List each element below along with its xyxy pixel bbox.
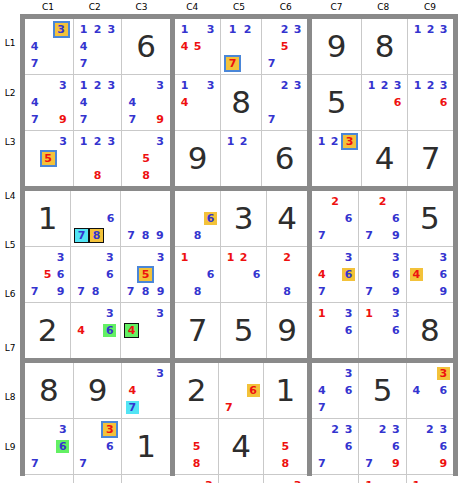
candidate-slot-3 (153, 193, 167, 210)
cell-L5C7[interactable]: 3467 (312, 247, 358, 302)
candidate-2[interactable]: 2 (91, 135, 104, 148)
candidate-6[interactable]: 6 (204, 268, 217, 281)
cell-L8C2[interactable]: 367 (74, 419, 122, 474)
candidate-slot-1 (125, 365, 139, 382)
candidate-1[interactable]: 1 (224, 251, 237, 264)
candidate-3[interactable]: 3 (101, 421, 118, 438)
cell-L8C8[interactable]: 23679 (359, 419, 405, 474)
candidate-7[interactable]: 7 (224, 55, 241, 72)
cell-L9C2[interactable]: 5 (74, 475, 122, 483)
cell-L7C7[interactable]: 3467 (312, 363, 358, 418)
cell-L5C4[interactable]: 168 (175, 247, 220, 302)
candidate-4[interactable]: 4 (410, 268, 423, 281)
cell-L7C2[interactable]: 9 (74, 363, 122, 418)
candidate-3[interactable]: 3 (103, 307, 116, 320)
candidate-slot-6: 6 (342, 322, 355, 339)
candidate-slot-5 (423, 438, 436, 455)
candidate-9[interactable]: 9 (389, 285, 402, 298)
candidate-8[interactable]: 8 (190, 457, 203, 470)
candidate-1[interactable]: 1 (224, 135, 237, 148)
candidate-3[interactable]: 3 (389, 251, 402, 264)
candidate-9[interactable]: 9 (153, 229, 166, 242)
cell-L2C9[interactable]: 1236 (408, 75, 453, 130)
cell-L6C5[interactable]: 5 (221, 303, 266, 358)
candidate-6[interactable]: 6 (104, 212, 117, 225)
candidate-9[interactable]: 9 (56, 113, 69, 126)
candidate-5[interactable]: 5 (137, 266, 154, 283)
candidate-2[interactable]: 2 (423, 423, 436, 436)
candidate-6[interactable]: 6 (342, 324, 355, 337)
cell-L5C9[interactable]: 3469 (407, 247, 453, 302)
candidate-9[interactable]: 9 (54, 285, 67, 298)
candidate-8[interactable]: 8 (191, 285, 204, 298)
candidate-6[interactable]: 6 (389, 324, 402, 337)
cell-L1C3[interactable]: 6 (122, 19, 170, 74)
cell-L2C8[interactable]: 1236 (362, 75, 407, 130)
candidate-3[interactable]: 3 (389, 423, 402, 436)
cell-L1C1[interactable]: 347 (25, 19, 73, 74)
candidate-slot-8 (241, 55, 254, 72)
candidate-7[interactable]: 7 (125, 229, 138, 242)
cell-L3C4[interactable]: 9 (175, 131, 220, 186)
candidate-3[interactable]: 3 (154, 307, 167, 320)
candidate-2[interactable]: 2 (378, 79, 391, 92)
candidate-4[interactable]: 4 (28, 96, 41, 109)
cell-L5C3[interactable]: 35789 (121, 247, 170, 302)
candidate-slot-9 (341, 167, 358, 184)
candidate-1[interactable]: 1 (363, 307, 376, 320)
candidate-7[interactable]: 7 (28, 113, 41, 126)
candidate-slot-6: 6 (342, 382, 355, 399)
candidate-6[interactable]: 6 (103, 268, 116, 281)
candidate-1[interactable]: 1 (315, 307, 328, 320)
candidate-slot-1: 1 (362, 477, 375, 483)
sudoku-board: 3471234763479123473479351238358134512723… (20, 14, 458, 476)
candidate-7[interactable]: 7 (363, 285, 376, 298)
row-label-L8: L8 (0, 373, 20, 421)
candidate-slot-1 (222, 365, 235, 382)
cell-L6C2[interactable]: 346 (71, 303, 120, 358)
candidate-9[interactable]: 9 (437, 457, 450, 470)
candidate-2[interactable]: 2 (328, 135, 341, 148)
cell-L4C6[interactable]: 4 (267, 191, 307, 246)
candidate-grid: 3467 (312, 247, 358, 302)
candidate-1[interactable]: 1 (178, 79, 191, 92)
solved-digit: 2 (187, 375, 207, 406)
candidate-8[interactable]: 8 (279, 457, 292, 470)
candidate-7[interactable]: 7 (28, 285, 41, 298)
candidate-5[interactable]: 5 (140, 152, 153, 165)
candidate-slot-6: 6 (56, 438, 70, 455)
candidate-1[interactable]: 1 (410, 479, 423, 483)
cell-L7C1[interactable]: 8 (25, 363, 73, 418)
candidate-3[interactable]: 3 (204, 79, 217, 92)
cell-L9C3[interactable]: 2 (122, 475, 170, 483)
candidate-2[interactable]: 2 (424, 79, 437, 92)
cell-L9C7[interactable]: 8 (312, 475, 358, 483)
candidate-3[interactable]: 3 (204, 23, 217, 36)
candidate-3[interactable]: 3 (291, 479, 304, 483)
candidate-2[interactable]: 2 (241, 23, 254, 36)
cell-L2C5[interactable]: 8 (221, 75, 261, 130)
candidate-slot-5 (91, 38, 105, 55)
cell-L6C6[interactable]: 9 (267, 303, 307, 358)
cell-L8C3[interactable]: 1 (122, 419, 170, 474)
candidate-8[interactable]: 8 (191, 229, 204, 242)
candidate-3[interactable]: 3 (437, 423, 450, 436)
candidate-3[interactable]: 3 (56, 79, 69, 92)
cell-L4C8[interactable]: 2679 (359, 191, 405, 246)
candidate-6[interactable]: 6 (437, 96, 450, 109)
candidate-2[interactable]: 2 (278, 79, 291, 92)
candidate-slot-3 (204, 193, 217, 210)
candidate-slot-3: 3 (153, 133, 167, 150)
cell-L9C1[interactable]: 467 (25, 475, 73, 483)
cell-L3C6[interactable]: 6 (262, 131, 307, 186)
candidate-3[interactable]: 3 (56, 423, 69, 436)
cell-L3C2[interactable]: 1238 (74, 131, 122, 186)
candidate-4[interactable]: 4 (178, 40, 191, 53)
candidate-6[interactable]: 6 (56, 440, 69, 453)
solved-digit: 9 (188, 143, 208, 174)
candidate-4[interactable]: 4 (124, 323, 139, 338)
cell-L2C7[interactable]: 5 (312, 75, 361, 130)
candidate-1[interactable]: 1 (363, 479, 376, 483)
candidate-8[interactable]: 8 (89, 285, 102, 298)
candidate-1[interactable]: 1 (315, 135, 328, 148)
candidate-slot-8: 8 (139, 167, 153, 184)
candidate-3[interactable]: 3 (105, 135, 118, 148)
candidate-8[interactable]: 8 (281, 285, 294, 298)
candidate-slot-2 (90, 421, 102, 438)
solved-digit: 9 (327, 31, 347, 62)
candidate-9[interactable]: 9 (154, 113, 167, 126)
candidate-7[interactable]: 7 (126, 113, 139, 126)
col-label-C3: C3 (119, 1, 165, 14)
candidate-6[interactable]: 6 (250, 268, 263, 281)
cell-L6C3[interactable]: 34 (121, 303, 170, 358)
candidate-3[interactable]: 3 (341, 133, 358, 150)
candidate-7[interactable]: 7 (77, 57, 90, 70)
cell-L7C6[interactable]: 1 (264, 363, 307, 418)
cell-L3C1[interactable]: 35 (25, 131, 73, 186)
candidate-1[interactable]: 1 (77, 135, 90, 148)
candidate-3[interactable]: 3 (391, 79, 404, 92)
cell-L6C1[interactable]: 2 (25, 303, 70, 358)
candidate-6[interactable]: 6 (437, 268, 450, 281)
candidate-3[interactable]: 3 (54, 251, 67, 264)
cell-L4C4[interactable]: 68 (175, 191, 220, 246)
cell-L7C4[interactable]: 2 (175, 363, 218, 418)
candidate-7[interactable]: 7 (75, 285, 88, 298)
cell-L4C1[interactable]: 1 (25, 191, 70, 246)
candidate-8[interactable]: 8 (89, 228, 104, 243)
candidate-5[interactable]: 5 (279, 440, 292, 453)
candidate-5[interactable]: 5 (190, 440, 203, 453)
candidate-1[interactable]: 1 (226, 23, 239, 36)
cell-L4C9[interactable]: 5 (407, 191, 453, 246)
candidate-slot-3: 3 (56, 421, 70, 438)
cell-L3C9[interactable]: 7 (408, 131, 453, 186)
candidate-3[interactable]: 3 (437, 367, 450, 380)
candidate-7[interactable]: 7 (126, 401, 139, 414)
cell-L8C1[interactable]: 367 (25, 419, 73, 474)
cell-L2C6[interactable]: 237 (262, 75, 307, 130)
row-label-L4: L4 (0, 171, 20, 219)
solved-digit: 4 (375, 143, 395, 174)
candidate-3[interactable]: 3 (291, 79, 304, 92)
cell-L3C3[interactable]: 358 (122, 131, 170, 186)
candidate-slot-1: 1 (362, 305, 375, 322)
candidate-slot-9 (204, 227, 217, 244)
candidate-1[interactable]: 1 (178, 251, 191, 264)
candidate-slot-1: 1 (411, 21, 424, 38)
candidate-3[interactable]: 3 (154, 251, 167, 264)
candidate-slot-8: 8 (191, 227, 204, 244)
candidate-slot-4: 4 (77, 94, 91, 111)
candidate-4[interactable]: 4 (77, 96, 90, 109)
cell-L9C5[interactable]: 9 (219, 475, 262, 483)
candidate-1[interactable]: 1 (365, 79, 378, 92)
candidate-6[interactable]: 6 (103, 324, 116, 337)
candidate-1[interactable]: 1 (411, 79, 424, 92)
candidate-grid: 134 (175, 75, 220, 130)
candidate-slot-7 (178, 111, 191, 128)
candidate-slot-2: 2 (91, 133, 105, 150)
candidate-3[interactable]: 3 (437, 79, 450, 92)
cell-L6C4[interactable]: 7 (175, 303, 220, 358)
cell-L2C3[interactable]: 3479 (122, 75, 170, 130)
cell-L8C7[interactable]: 2367 (312, 419, 358, 474)
candidate-6[interactable]: 6 (389, 212, 402, 225)
candidate-slot-8 (90, 455, 102, 472)
cell-L9C4[interactable]: 36 (175, 475, 218, 483)
cell-L1C5[interactable]: 127 (221, 19, 261, 74)
candidate-2[interactable]: 2 (329, 195, 342, 208)
candidate-3[interactable]: 3 (154, 79, 167, 92)
candidate-slot-8 (423, 455, 436, 472)
cell-L8C4[interactable]: 58 (175, 419, 218, 474)
candidate-9[interactable]: 9 (154, 285, 167, 298)
candidate-3[interactable]: 3 (103, 251, 116, 264)
candidate-6[interactable]: 6 (389, 440, 402, 453)
candidate-7[interactable]: 7 (77, 113, 90, 126)
candidate-3[interactable]: 3 (437, 251, 450, 264)
candidate-2[interactable]: 2 (329, 423, 342, 436)
cell-L1C7[interactable]: 9 (312, 19, 361, 74)
cell-L2C1[interactable]: 3479 (25, 75, 73, 130)
cell-L9C6[interactable]: 37 (264, 475, 307, 483)
candidate-8[interactable]: 8 (91, 169, 104, 182)
candidate-slot-1 (267, 421, 279, 438)
candidate-7[interactable]: 7 (265, 113, 278, 126)
candidate-slot-4 (315, 150, 328, 167)
candidate-7[interactable]: 7 (315, 229, 328, 242)
candidate-5[interactable]: 5 (191, 40, 204, 53)
candidate-slot-5: 5 (190, 438, 203, 455)
candidate-6[interactable]: 6 (342, 440, 355, 453)
cell-L5C1[interactable]: 35679 (25, 247, 70, 302)
candidate-grid: 3479 (122, 75, 170, 130)
candidate-2[interactable]: 2 (376, 195, 389, 208)
candidate-3[interactable]: 3 (291, 23, 304, 36)
candidate-4[interactable]: 4 (315, 268, 328, 281)
candidate-7[interactable]: 7 (363, 229, 376, 242)
candidate-7[interactable]: 7 (28, 57, 41, 70)
candidate-3[interactable]: 3 (154, 135, 167, 148)
candidate-1[interactable]: 1 (77, 23, 90, 36)
candidate-slot-2: 2 (423, 421, 436, 438)
candidate-7[interactable]: 7 (315, 401, 328, 414)
candidate-9[interactable]: 9 (389, 229, 402, 242)
candidate-slot-4 (362, 266, 375, 283)
solved-digit: 6 (275, 143, 295, 174)
candidate-6[interactable]: 6 (103, 440, 116, 453)
candidate-7[interactable]: 7 (315, 457, 328, 470)
candidate-2[interactable]: 2 (424, 23, 437, 36)
candidate-slot-5: 5 (139, 150, 153, 167)
cell-L5C6[interactable]: 28 (267, 247, 307, 302)
candidate-9[interactable]: 9 (437, 285, 450, 298)
candidate-6[interactable]: 6 (54, 268, 67, 281)
candidate-3[interactable]: 3 (105, 79, 118, 92)
cell-L7C5[interactable]: 67 (219, 363, 262, 418)
candidate-3[interactable]: 3 (342, 367, 355, 380)
cell-L4C2[interactable]: 678 (71, 191, 120, 246)
candidate-slot-5 (235, 382, 246, 399)
candidate-4[interactable]: 4 (126, 384, 139, 397)
cell-L9C8[interactable]: 167 (359, 475, 405, 483)
candidate-1[interactable]: 1 (411, 23, 424, 36)
candidate-slot-2: 2 (378, 77, 391, 94)
candidate-3[interactable]: 3 (105, 23, 118, 36)
cell-L1C2[interactable]: 12347 (74, 19, 122, 74)
candidate-grid: 28 (267, 247, 307, 302)
cell-L8C5[interactable]: 4 (219, 419, 262, 474)
candidate-6[interactable]: 6 (437, 384, 450, 397)
candidate-4[interactable]: 4 (315, 384, 328, 397)
candidate-1[interactable]: 1 (178, 23, 191, 36)
candidate-6[interactable]: 6 (342, 212, 355, 225)
cell-L5C5[interactable]: 126 (221, 247, 266, 302)
candidate-7[interactable]: 7 (74, 228, 89, 243)
candidate-7[interactable]: 7 (265, 57, 278, 70)
candidate-6[interactable]: 6 (247, 384, 260, 397)
cell-L5C2[interactable]: 3678 (71, 247, 120, 302)
candidate-3[interactable]: 3 (57, 135, 70, 148)
cell-L2C4[interactable]: 134 (175, 75, 220, 130)
cell-L4C3[interactable]: 789 (121, 191, 170, 246)
candidate-3[interactable]: 3 (202, 479, 215, 483)
candidate-7[interactable]: 7 (222, 401, 235, 414)
candidate-2[interactable]: 2 (91, 79, 104, 92)
candidate-slot-1 (270, 249, 281, 266)
candidate-3[interactable]: 3 (154, 367, 167, 380)
candidate-3[interactable]: 3 (437, 23, 450, 36)
candidate-7[interactable]: 7 (315, 285, 328, 298)
candidate-8[interactable]: 8 (140, 169, 153, 182)
candidate-grid: 12347 (74, 75, 122, 130)
candidate-7[interactable]: 7 (124, 285, 137, 298)
candidate-5[interactable]: 5 (40, 150, 57, 167)
cell-L5C8[interactable]: 3679 (359, 247, 405, 302)
candidate-6[interactable]: 6 (389, 268, 402, 281)
cell-L9C9[interactable]: 146 (407, 475, 453, 483)
cell-L7C8[interactable]: 5 (359, 363, 405, 418)
candidate-3[interactable]: 3 (342, 423, 355, 436)
candidate-3[interactable]: 3 (342, 307, 355, 320)
cell-L3C7[interactable]: 123 (312, 131, 361, 186)
candidate-3[interactable]: 3 (389, 307, 402, 320)
cell-L7C9[interactable]: 346 (407, 363, 453, 418)
cell-L6C7[interactable]: 136 (312, 303, 358, 358)
cell-L3C5[interactable]: 12 (221, 131, 261, 186)
candidate-9[interactable]: 9 (389, 457, 402, 470)
candidate-6[interactable]: 6 (342, 384, 355, 397)
candidate-2[interactable]: 2 (278, 23, 291, 36)
candidate-6[interactable]: 6 (342, 268, 355, 281)
candidate-1[interactable]: 1 (77, 79, 90, 92)
candidate-slot-1 (315, 365, 328, 382)
cell-L3C8[interactable]: 4 (362, 131, 407, 186)
cell-L4C7[interactable]: 267 (312, 191, 358, 246)
candidate-slot-6: 6 (101, 438, 118, 455)
candidate-2[interactable]: 2 (237, 251, 250, 264)
candidate-6[interactable]: 6 (391, 96, 404, 109)
candidate-7[interactable]: 7 (28, 457, 41, 470)
candidate-4[interactable]: 4 (77, 40, 90, 53)
candidate-6[interactable]: 6 (437, 440, 450, 453)
candidate-6[interactable]: 6 (204, 212, 217, 225)
cell-L1C9[interactable]: 123 (408, 19, 453, 74)
cell-L1C8[interactable]: 8 (362, 19, 407, 74)
cell-L1C4[interactable]: 1345 (175, 19, 220, 74)
candidate-grid: 346 (407, 363, 453, 418)
candidate-5[interactable]: 5 (278, 40, 291, 53)
candidate-2[interactable]: 2 (281, 251, 294, 264)
candidate-slot-4 (315, 210, 328, 227)
candidate-4[interactable]: 4 (178, 96, 191, 109)
candidate-7[interactable]: 7 (363, 457, 376, 470)
candidate-slot-9: 9 (437, 455, 450, 472)
candidate-8[interactable]: 8 (139, 229, 152, 242)
cell-L8C6[interactable]: 58 (264, 419, 307, 474)
candidate-2[interactable]: 2 (376, 423, 389, 436)
cell-L8C9[interactable]: 2369 (407, 419, 453, 474)
cell-L6C8[interactable]: 136 (359, 303, 405, 358)
candidate-4[interactable]: 4 (410, 384, 423, 397)
candidate-4[interactable]: 4 (126, 96, 139, 109)
candidate-3[interactable]: 3 (342, 251, 355, 264)
candidate-3[interactable]: 3 (53, 21, 70, 38)
cell-L4C5[interactable]: 3 (221, 191, 266, 246)
cell-L7C3[interactable]: 347 (122, 363, 170, 418)
cell-L6C9[interactable]: 8 (407, 303, 453, 358)
candidate-slot-9: 9 (389, 283, 402, 300)
candidate-4[interactable]: 4 (28, 40, 41, 53)
candidate-5[interactable]: 5 (41, 268, 54, 281)
cell-L2C2[interactable]: 12347 (74, 75, 122, 130)
cell-L1C6[interactable]: 2357 (262, 19, 307, 74)
candidate-slot-7: 7 (77, 455, 90, 472)
candidate-slot-4: 4 (178, 94, 191, 111)
candidate-7[interactable]: 7 (77, 457, 90, 470)
candidate-2[interactable]: 2 (91, 23, 104, 36)
candidate-8[interactable]: 8 (139, 285, 152, 298)
candidate-2[interactable]: 2 (237, 135, 250, 148)
candidate-4[interactable]: 4 (75, 324, 88, 337)
candidate-slot-3: 3 (291, 477, 304, 483)
